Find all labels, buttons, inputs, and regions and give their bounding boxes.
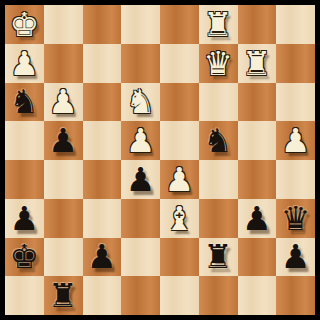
- piece-black-pawn[interactable]: ♟: [281, 240, 311, 273]
- square-d5[interactable]: ♟: [121, 121, 160, 160]
- square-a7[interactable]: ♟: [5, 44, 44, 83]
- square-b7[interactable]: [44, 44, 83, 83]
- square-g6[interactable]: [238, 83, 277, 122]
- square-d2[interactable]: [121, 238, 160, 277]
- piece-black-king[interactable]: ♚: [10, 240, 40, 273]
- square-h6[interactable]: [276, 83, 315, 122]
- piece-white-pawn[interactable]: ♟: [48, 85, 78, 118]
- square-a8[interactable]: ♚: [5, 5, 44, 44]
- square-a2[interactable]: ♚: [5, 238, 44, 277]
- square-a4[interactable]: [5, 160, 44, 199]
- square-d7[interactable]: [121, 44, 160, 83]
- square-h2[interactable]: ♟: [276, 238, 315, 277]
- square-h8[interactable]: [276, 5, 315, 44]
- piece-white-king[interactable]: ♚: [10, 8, 40, 41]
- piece-black-pawn[interactable]: ♟: [48, 124, 78, 157]
- piece-black-queen[interactable]: ♛: [281, 202, 311, 235]
- square-g8[interactable]: [238, 5, 277, 44]
- square-c1[interactable]: [83, 276, 122, 315]
- square-f8[interactable]: ♜: [199, 5, 238, 44]
- square-d3[interactable]: [121, 199, 160, 238]
- square-g1[interactable]: [238, 276, 277, 315]
- square-f5[interactable]: ♞: [199, 121, 238, 160]
- square-e2[interactable]: [160, 238, 199, 277]
- square-e6[interactable]: [160, 83, 199, 122]
- square-c5[interactable]: [83, 121, 122, 160]
- piece-white-pawn[interactable]: ♟: [281, 124, 311, 157]
- square-h3[interactable]: ♛: [276, 199, 315, 238]
- square-e4[interactable]: ♟: [160, 160, 199, 199]
- square-h4[interactable]: [276, 160, 315, 199]
- piece-black-knight[interactable]: ♞: [203, 124, 233, 157]
- square-e1[interactable]: [160, 276, 199, 315]
- chess-board: ♚♜♟♛♜♞♟♞♟♟♞♟♟♟♟♝♟♛♚♟♜♟♜: [5, 5, 315, 315]
- piece-white-pawn[interactable]: ♟: [126, 124, 156, 157]
- square-f4[interactable]: [199, 160, 238, 199]
- square-e3[interactable]: ♝: [160, 199, 199, 238]
- square-a3[interactable]: ♟: [5, 199, 44, 238]
- square-b6[interactable]: ♟: [44, 83, 83, 122]
- square-c7[interactable]: [83, 44, 122, 83]
- square-c3[interactable]: [83, 199, 122, 238]
- square-c6[interactable]: [83, 83, 122, 122]
- square-c8[interactable]: [83, 5, 122, 44]
- square-e8[interactable]: [160, 5, 199, 44]
- piece-black-pawn[interactable]: ♟: [126, 163, 156, 196]
- piece-white-pawn[interactable]: ♟: [10, 47, 40, 80]
- square-h1[interactable]: [276, 276, 315, 315]
- piece-black-knight[interactable]: ♞: [10, 85, 40, 118]
- square-d1[interactable]: [121, 276, 160, 315]
- piece-black-pawn[interactable]: ♟: [10, 202, 40, 235]
- piece-white-rook[interactable]: ♜: [203, 8, 233, 41]
- square-g5[interactable]: [238, 121, 277, 160]
- square-d4[interactable]: ♟: [121, 160, 160, 199]
- square-d8[interactable]: [121, 5, 160, 44]
- square-f1[interactable]: [199, 276, 238, 315]
- square-b1[interactable]: ♜: [44, 276, 83, 315]
- square-g4[interactable]: [238, 160, 277, 199]
- square-e5[interactable]: [160, 121, 199, 160]
- square-d6[interactable]: ♞: [121, 83, 160, 122]
- piece-white-knight[interactable]: ♞: [126, 85, 156, 118]
- square-a6[interactable]: ♞: [5, 83, 44, 122]
- square-a1[interactable]: [5, 276, 44, 315]
- square-h7[interactable]: [276, 44, 315, 83]
- piece-white-queen[interactable]: ♛: [203, 47, 233, 80]
- square-a5[interactable]: [5, 121, 44, 160]
- piece-black-pawn[interactable]: ♟: [87, 240, 117, 273]
- square-h5[interactable]: ♟: [276, 121, 315, 160]
- piece-black-rook[interactable]: ♜: [48, 279, 78, 312]
- square-c4[interactable]: [83, 160, 122, 199]
- square-g3[interactable]: ♟: [238, 199, 277, 238]
- piece-white-bishop[interactable]: ♝: [165, 202, 195, 235]
- square-b2[interactable]: [44, 238, 83, 277]
- square-f3[interactable]: [199, 199, 238, 238]
- square-b5[interactable]: ♟: [44, 121, 83, 160]
- square-c2[interactable]: ♟: [83, 238, 122, 277]
- board-frame: ♚♜♟♛♜♞♟♞♟♟♞♟♟♟♟♝♟♛♚♟♜♟♜: [0, 0, 320, 320]
- piece-black-pawn[interactable]: ♟: [242, 202, 272, 235]
- square-b3[interactable]: [44, 199, 83, 238]
- square-b4[interactable]: [44, 160, 83, 199]
- square-e7[interactable]: [160, 44, 199, 83]
- piece-white-pawn[interactable]: ♟: [165, 163, 195, 196]
- square-f6[interactable]: [199, 83, 238, 122]
- square-f7[interactable]: ♛: [199, 44, 238, 83]
- square-g2[interactable]: [238, 238, 277, 277]
- square-b8[interactable]: [44, 5, 83, 44]
- piece-black-rook[interactable]: ♜: [203, 240, 233, 273]
- square-f2[interactable]: ♜: [199, 238, 238, 277]
- piece-white-rook[interactable]: ♜: [242, 47, 272, 80]
- square-g7[interactable]: ♜: [238, 44, 277, 83]
